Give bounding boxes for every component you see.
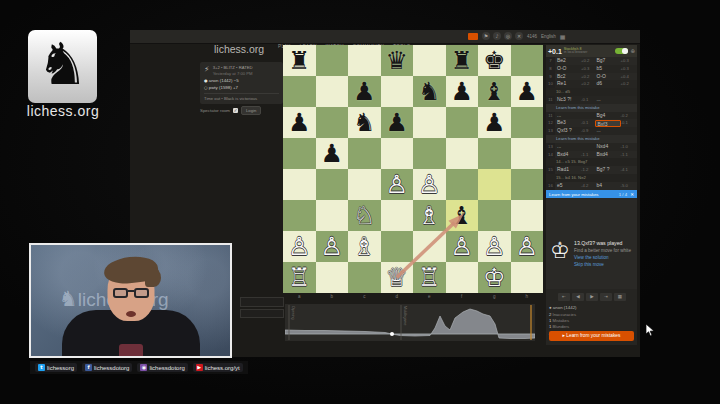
spectator-room: Spectator room ✓ Login [200,106,283,115]
square-b3[interactable] [316,200,349,231]
presenter-shirt [119,344,143,356]
knight-icon: ♞ [37,35,89,93]
square-c7[interactable]: ♟ [348,76,381,107]
spectator-checkbox[interactable]: ✓ [233,108,238,113]
white-eval: +0.2 [581,57,595,65]
square-a6[interactable]: ♟ [283,107,316,138]
square-h8[interactable] [511,45,544,76]
square-a1[interactable]: ♖ [283,262,316,293]
move-number: 13 [546,127,555,135]
square-d6[interactable]: ♟ [381,107,414,138]
move-row: 10Re1+0.2d6+0.2 [546,80,637,88]
square-d7[interactable] [381,76,414,107]
move-row: 11...Bg4-0.2 [546,112,637,120]
square-h3[interactable] [511,200,544,231]
square-e5[interactable] [413,138,446,169]
move-nav-buttons: ⇤◀▶⇥▦ [558,293,626,301]
comment-row: 15... b4 16. Ne2 [546,174,637,182]
board-menu-button[interactable]: ▦ [614,293,626,301]
game-mode: 3+2 • BLITZ • RATED [213,65,253,70]
square-h5[interactable] [511,138,544,169]
square-a3[interactable] [283,200,316,231]
piece-black-p-c7: ♟ [348,76,381,107]
square-h7[interactable]: ♟ [511,76,544,107]
move-number: 16 [546,182,555,190]
file-label-h: h [511,294,544,299]
square-f3[interactable]: ♝ [446,200,479,231]
close-icon[interactable]: ✕ [515,32,523,40]
spectator-label: Spectator room [200,108,230,113]
square-f4[interactable] [446,169,479,200]
square-e1[interactable]: ♖ [413,262,446,293]
task-label: Find a better move for white [574,248,631,255]
piece-black-r-a8: ♜ [283,45,316,76]
square-e2[interactable] [413,231,446,262]
piece-black-p-h7: ♟ [511,76,544,107]
learn-mistake-header: Learn from this mistake [546,135,637,143]
skip-move-link[interactable]: Skip this move [574,262,631,269]
pgn-input[interactable] [240,309,284,318]
square-g1[interactable]: ♔ [478,262,511,293]
social-twitter: tlichessorg [35,363,77,372]
challenge-icon[interactable]: ⚑ [482,32,490,40]
file-label-b: b [316,294,349,299]
phase-label-middlegame: Middlegame [403,306,407,326]
engine-header: +0.1 Stockfish 8 in local browser ⊕ [546,45,637,57]
move-number: 8 [546,65,555,73]
move-number: 11 [546,112,555,120]
square-e8[interactable] [413,45,446,76]
site-title[interactable]: lichess.org [214,43,264,55]
square-a7[interactable] [283,76,316,107]
square-f7[interactable]: ♟ [446,76,479,107]
square-h1[interactable] [511,262,544,293]
square-b5[interactable]: ♟ [316,138,349,169]
square-g5[interactable] [478,138,511,169]
move-row: 15Rad1-1.2Bg7 ?-4.1 [546,166,637,174]
presenter-mouth [126,311,136,317]
square-a5[interactable] [283,138,316,169]
black-eval: -4.1 [621,166,635,174]
social-facebook: flichessdotorg [82,363,132,372]
black-player[interactable]: ○ pwty (1598) +7 [204,85,279,90]
move-row: 16e5-4.2b4-5.0 [546,182,637,190]
online-count: 4146 [527,34,537,39]
eval-graph[interactable]: OpeningMiddlegame [285,304,535,341]
close-icon[interactable]: ✕ [630,192,634,197]
top-nav: PLAYLEARNWATCHCOMMUNITYTOOLS ⚑♪◎✕ 4146 E… [130,30,640,44]
white-move[interactable]: Bc2 [555,73,581,81]
black-eval: +0.3 [621,65,635,73]
black-eval: -0.2 [621,112,635,120]
square-h4[interactable] [511,169,544,200]
square-c3[interactable]: ♘ [348,200,381,231]
piece-black-b-f3: ♝ [446,200,479,231]
black-move[interactable]: ... [595,96,621,104]
twitter-icon: t [38,364,45,371]
white-king-icon: ♔ [550,238,570,263]
square-b2[interactable]: ♙ [316,231,349,262]
black-move[interactable]: Nxd4 [595,143,621,151]
challenge-badge[interactable] [468,33,478,40]
game-date: Yesterday at 7:00 PM [213,71,253,76]
piece-black-p-g6: ♟ [478,107,511,138]
piece-white-b-c2: ♗ [348,231,381,262]
black-move[interactable]: b5 [595,65,621,73]
white-move[interactable]: Be2 [555,57,581,65]
square-h6[interactable] [511,107,544,138]
black-eval: -1.1 [621,151,635,159]
square-g7[interactable]: ♝ [478,76,511,107]
game-result: Time out • Black is victorious [204,93,279,101]
social-bar: tlichessorgflichessdotorg◉lichessdotorg▶… [30,361,248,374]
move-list: 7Be2+0.2Bg7+0.38O-O+0.3b5+0.39Bc2+0.2O-O… [546,57,637,190]
presenter-glasses [111,288,151,299]
black-move[interactable]: Bxf3 [595,120,621,127]
square-e6[interactable] [413,107,446,138]
webcam-overlay: ♞lichess.org [29,243,232,358]
white-eval: +0.3 [581,65,595,73]
last-move-button[interactable]: ⇥ [600,293,612,301]
sound-icon[interactable]: ♪ [493,32,501,40]
piece-white-k-g1: ♔ [478,262,511,293]
black-eval: -0.1 [621,119,635,127]
white-move[interactable]: Nc3 ?! [555,96,581,104]
grid-menu-icon[interactable]: ▦ [560,33,566,40]
white-move[interactable]: e5 [555,182,581,190]
piece-black-p-d6: ♟ [381,107,414,138]
black-move[interactable]: Bg4 [595,112,621,120]
mistake-counter: 1 / 4 [619,192,628,197]
watermark-knight-icon: ♞ [59,287,78,311]
square-c1[interactable] [348,262,381,293]
black-eval: +0.4 [621,73,635,81]
white-player[interactable]: ● anon (1442) −5 [204,78,279,83]
feedback-box: ♔ 13.Qxf3? was played Find a better move… [546,198,637,289]
square-d5[interactable] [381,138,414,169]
square-b4[interactable] [316,169,349,200]
move-row: 13...Nxd4-1.0 [546,143,637,151]
piece-white-p-e4: ♙ [413,169,446,200]
youtube-icon: ▶ [196,364,203,371]
analysis-panel: +0.1 Stockfish 8 in local browser ⊕ 7Be2… [546,45,637,345]
piece-white-q-d1: ♕ [381,262,414,293]
chess-board[interactable]: ♜♛♜♚♟♞♟♝♟♟♞♟♟♟♙♙♘♗♝♙♙♗♙♙♙♖♕♖♔ [283,45,543,293]
piece-black-n-c6: ♞ [348,107,381,138]
piece-white-p-b2: ♙ [316,231,349,262]
presenter-hair-side [145,267,161,287]
fen-input[interactable] [240,297,284,307]
piece-white-n-c3: ♘ [348,200,381,231]
square-a2[interactable]: ♙ [283,231,316,262]
black-move[interactable]: d6 [595,80,621,88]
square-h2[interactable]: ♙ [511,231,544,262]
square-d1[interactable]: ♕ [381,262,414,293]
square-b7[interactable] [316,76,349,107]
blitz-icon: ⚡ [204,65,210,76]
piece-black-p-f7: ♟ [446,76,479,107]
file-label-g: g [478,294,511,299]
game-info-box: ⚡ 3+2 • BLITZ • RATED Yesterday at 7:00 … [200,62,283,104]
white-move[interactable]: Bxd4 [555,151,581,159]
notification-icon[interactable]: ◎ [504,32,512,40]
black-move[interactable]: O-O [595,73,621,81]
square-f5[interactable] [446,138,479,169]
move-number: 13 [546,143,555,151]
move-row: 14Bxd4-1.1Bxd4-1.1 [546,151,637,159]
square-g2[interactable]: ♙ [478,231,511,262]
logo-text: lichess.org [6,103,120,119]
white-eval: -0.1 [581,119,595,127]
piece-white-b-e3: ♗ [413,200,446,231]
square-d2[interactable] [381,231,414,262]
move-number: 11 [546,96,555,104]
white-eval: +0.2 [581,80,595,88]
white-move[interactable]: Be3 [555,119,581,127]
comment-row: 14... c5 15. Bxg7 [546,158,637,166]
learn-banner: Learn from your mistakes 1 / 4 ✕ [546,190,637,198]
social-handle: lichessdotorg [94,365,129,371]
login-button[interactable]: Login [241,106,261,115]
move-row: 8O-O+0.3b5+0.3 [546,65,637,73]
black-eval: -5.0 [621,182,635,190]
piece-black-n-e7: ♞ [413,76,446,107]
white-move[interactable]: ... [555,112,581,120]
black-move[interactable]: b4 [595,182,621,190]
square-d8[interactable]: ♛ [381,45,414,76]
move-number: 14 [546,151,555,159]
black-move[interactable]: Bxd4 [595,151,621,159]
white-move[interactable]: Qxf3 ? [555,127,581,135]
move-number: 10 [546,80,555,88]
mouse-cursor [646,324,655,337]
square-d4[interactable]: ♙ [381,169,414,200]
square-f2[interactable]: ♙ [446,231,479,262]
move-row: 9Bc2+0.2O-O+0.4 [546,73,637,81]
white-move[interactable]: O-O [555,65,581,73]
white-eval: -1.1 [581,151,595,159]
view-solution-link[interactable]: View the solution [574,255,631,262]
square-d3[interactable] [381,200,414,231]
social-instagram: ◉lichessdotorg [137,363,187,372]
square-e7[interactable]: ♞ [413,76,446,107]
white-eval: -0.9 [581,127,595,135]
file-label-c: c [348,294,381,299]
black-eval: +0.3 [621,57,635,65]
square-g6[interactable]: ♟ [478,107,511,138]
comment-row: 10... d5 [546,88,637,96]
square-c8[interactable] [348,45,381,76]
square-g8[interactable]: ♚ [478,45,511,76]
piece-white-r-e1: ♖ [413,262,446,293]
social-handle: lichessorg [47,365,74,371]
black-move[interactable]: Bg7 ? [595,166,621,174]
piece-white-p-a2: ♙ [283,231,316,262]
piece-black-p-b5: ♟ [316,138,349,169]
square-c5[interactable] [348,138,381,169]
video-frame: ♞ lichess.org PLAYLEARNWATCHCOMMUNITYTOO… [0,0,720,404]
learn-mistake-header: Learn from this mistake [546,104,637,112]
square-f6[interactable] [446,107,479,138]
nav-right: ⚑♪◎✕ 4146 English ▦ [468,32,565,40]
square-e3[interactable]: ♗ [413,200,446,231]
white-move[interactable]: Rad1 [555,166,581,174]
square-f1[interactable] [446,262,479,293]
move-row: 11Nc3 ?!-0.1... [546,96,637,104]
facebook-icon: f [85,364,92,371]
file-label-e: e [413,294,446,299]
square-b8[interactable] [316,45,349,76]
engine-status: in local browser [564,51,614,54]
next-move-button[interactable]: ▶ [586,293,598,301]
social-handle: lichess.org/yt [205,365,240,371]
piece-black-b-g7: ♝ [478,76,511,107]
piece-black-r-f8: ♜ [446,45,479,76]
learn-banner-label: Learn from your mistakes [549,192,616,197]
file-label-a: a [283,294,316,299]
first-move-button[interactable]: ⇤ [558,293,570,301]
settings-gear-icon[interactable]: ⊕ [630,48,635,54]
file-label-f: f [446,294,479,299]
learn-from-mistakes-button[interactable]: ▸ Learn from your mistakes [549,331,634,341]
move-row: 12Be3-0.1Bxf3-0.1 [546,119,637,127]
square-g3[interactable] [478,200,511,231]
square-e4[interactable]: ♙ [413,169,446,200]
square-a4[interactable] [283,169,316,200]
square-g4[interactable] [478,169,511,200]
square-c4[interactable] [348,169,381,200]
white-eval: -1.2 [581,166,595,174]
move-row: 13Qxf3 ?-0.9... [546,127,637,135]
move-number: 9 [546,73,555,81]
piece-white-p-f2: ♙ [446,231,479,262]
move-number: 12 [546,119,555,127]
square-c6[interactable]: ♞ [348,107,381,138]
piece-black-k-g8: ♚ [478,45,511,76]
square-b1[interactable] [316,262,349,293]
move-number: 7 [546,57,555,65]
prev-move-button[interactable]: ◀ [572,293,584,301]
white-eval: -0.1 [581,96,595,104]
piece-white-p-d4: ♙ [381,169,414,200]
black-move[interactable]: Bg7 [595,57,621,65]
instagram-icon: ◉ [140,364,147,371]
white-eval: +0.2 [581,73,595,81]
piece-white-r-a1: ♖ [283,262,316,293]
white-move[interactable]: Re1 [555,80,581,88]
engine-toggle[interactable] [615,48,628,55]
social-handle: lichessdotorg [149,365,184,371]
played-move-label: 13.Qxf3? was played [574,240,631,248]
square-a8[interactable]: ♜ [283,45,316,76]
black-eval: +0.2 [621,80,635,88]
square-f8[interactable]: ♜ [446,45,479,76]
square-b6[interactable] [316,107,349,138]
lichess-logo: ♞ [28,30,97,103]
white-dot: ● [204,78,208,83]
phase-label-opening: Opening [291,306,295,320]
piece-white-p-h2: ♙ [511,231,544,262]
piece-white-p-g2: ♙ [478,231,511,262]
file-label-d: d [381,294,414,299]
summary-player: ● anon (1442) [549,305,599,312]
piece-black-p-a6: ♟ [283,107,316,138]
black-dot: ○ [204,85,208,90]
social-youtube: ▶lichess.org/yt [193,363,243,372]
black-move[interactable]: ... [595,127,621,135]
language-selector[interactable]: English [541,34,556,39]
move-row: 7Be2+0.2Bg7+0.3 [546,57,637,65]
board-file-coordinates: abcdefgh [283,294,543,299]
white-move[interactable]: ... [555,143,581,151]
black-eval: -1.0 [621,143,635,151]
square-c2[interactable]: ♗ [348,231,381,262]
piece-black-q-d8: ♛ [381,45,414,76]
white-eval: -4.2 [581,182,595,190]
move-number: 15 [546,166,555,174]
eval-score: +0.1 [548,48,562,55]
